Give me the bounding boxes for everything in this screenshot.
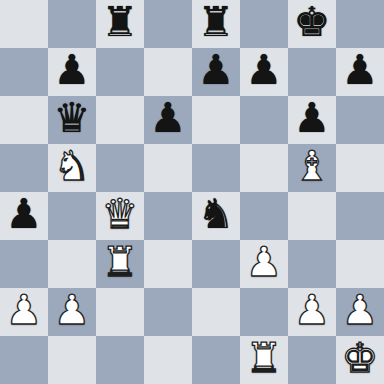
square-c5[interactable] [96,144,144,192]
square-e7[interactable]: ♟ [192,48,240,96]
square-h1[interactable]: ♚ [336,336,384,384]
square-a4[interactable]: ♟ [0,192,48,240]
square-e5[interactable] [192,144,240,192]
black-pawn-piece[interactable]: ♟ [54,46,91,94]
square-h7[interactable]: ♟ [336,48,384,96]
square-d4[interactable] [144,192,192,240]
square-b4[interactable] [48,192,96,240]
square-f4[interactable] [240,192,288,240]
black-pawn-piece[interactable]: ♟ [294,94,331,142]
square-b5[interactable]: ♞ [48,144,96,192]
square-a5[interactable] [0,144,48,192]
square-h3[interactable] [336,240,384,288]
black-pawn-piece[interactable]: ♟ [342,46,379,94]
square-c3[interactable]: ♜ [96,240,144,288]
black-rook-piece[interactable]: ♜ [198,0,235,46]
square-g3[interactable] [288,240,336,288]
black-queen-piece[interactable]: ♛ [54,94,91,142]
square-b2[interactable]: ♟ [48,288,96,336]
black-pawn-piece[interactable]: ♟ [6,190,43,238]
black-rook-piece[interactable]: ♜ [102,0,139,46]
square-a8[interactable] [0,0,48,48]
white-pawn-piece[interactable]: ♟ [54,286,91,334]
square-f3[interactable]: ♟ [240,240,288,288]
square-h4[interactable] [336,192,384,240]
white-pawn-piece[interactable]: ♟ [246,238,283,286]
square-c8[interactable]: ♜ [96,0,144,48]
square-a1[interactable] [0,336,48,384]
square-g6[interactable]: ♟ [288,96,336,144]
square-g5[interactable]: ♝ [288,144,336,192]
black-pawn-piece[interactable]: ♟ [198,46,235,94]
square-d2[interactable] [144,288,192,336]
square-b6[interactable]: ♛ [48,96,96,144]
white-knight-piece[interactable]: ♞ [54,142,91,190]
square-a6[interactable] [0,96,48,144]
square-a7[interactable] [0,48,48,96]
square-h5[interactable] [336,144,384,192]
black-pawn-piece[interactable]: ♟ [150,94,187,142]
square-g2[interactable]: ♟ [288,288,336,336]
black-pawn-piece[interactable]: ♟ [246,46,283,94]
white-king-piece[interactable]: ♚ [342,334,379,382]
square-c7[interactable] [96,48,144,96]
chess-board: ♜♜♚♟♟♟♟♛♟♟♞♝♟♛♞♜♟♟♟♟♟♜♚ [0,0,384,384]
square-d5[interactable] [144,144,192,192]
square-d6[interactable]: ♟ [144,96,192,144]
black-knight-piece[interactable]: ♞ [198,190,235,238]
square-d1[interactable] [144,336,192,384]
square-c6[interactable] [96,96,144,144]
square-b8[interactable] [48,0,96,48]
square-h6[interactable] [336,96,384,144]
square-e4[interactable]: ♞ [192,192,240,240]
white-pawn-piece[interactable]: ♟ [6,286,43,334]
white-rook-piece[interactable]: ♜ [246,334,283,382]
white-pawn-piece[interactable]: ♟ [342,286,379,334]
square-c1[interactable] [96,336,144,384]
square-d3[interactable] [144,240,192,288]
white-bishop-piece[interactable]: ♝ [294,142,331,190]
white-queen-piece[interactable]: ♛ [102,190,139,238]
square-d7[interactable] [144,48,192,96]
square-g7[interactable] [288,48,336,96]
square-e8[interactable]: ♜ [192,0,240,48]
square-e1[interactable] [192,336,240,384]
square-a2[interactable]: ♟ [0,288,48,336]
black-king-piece[interactable]: ♚ [294,0,331,46]
square-f5[interactable] [240,144,288,192]
square-f2[interactable] [240,288,288,336]
square-b3[interactable] [48,240,96,288]
square-g4[interactable] [288,192,336,240]
square-e2[interactable] [192,288,240,336]
square-a3[interactable] [0,240,48,288]
white-rook-piece[interactable]: ♜ [102,238,139,286]
square-e3[interactable] [192,240,240,288]
square-e6[interactable] [192,96,240,144]
square-f6[interactable] [240,96,288,144]
square-g1[interactable] [288,336,336,384]
square-c2[interactable] [96,288,144,336]
square-f8[interactable] [240,0,288,48]
square-c4[interactable]: ♛ [96,192,144,240]
square-d8[interactable] [144,0,192,48]
square-f7[interactable]: ♟ [240,48,288,96]
square-h8[interactable] [336,0,384,48]
white-pawn-piece[interactable]: ♟ [294,286,331,334]
square-b7[interactable]: ♟ [48,48,96,96]
square-b1[interactable] [48,336,96,384]
square-h2[interactable]: ♟ [336,288,384,336]
square-g8[interactable]: ♚ [288,0,336,48]
square-f1[interactable]: ♜ [240,336,288,384]
